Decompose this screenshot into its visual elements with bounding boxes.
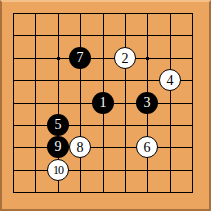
grid-line-vertical (125, 13, 126, 193)
grid-line-horizontal (13, 125, 193, 126)
star-point (57, 57, 60, 60)
grid-line-vertical (192, 13, 193, 193)
stone-white-10[interactable]: 10 (47, 159, 69, 181)
stone-black-9[interactable]: 9 (47, 136, 69, 158)
grid-line-horizontal (13, 170, 193, 171)
stone-white-2[interactable]: 2 (114, 47, 136, 69)
stone-black-5[interactable]: 5 (47, 114, 69, 136)
go-board[interactable]: 12345678910 (2, 2, 209, 209)
stone-white-6[interactable]: 6 (136, 136, 158, 158)
stone-white-8[interactable]: 8 (69, 136, 91, 158)
grid-line-horizontal (13, 192, 193, 193)
star-point (146, 57, 149, 60)
grid-line-vertical (170, 13, 171, 193)
stone-black-3[interactable]: 3 (136, 92, 158, 114)
grid-line-horizontal (13, 147, 193, 148)
stone-white-4[interactable]: 4 (159, 69, 181, 91)
go-board-diagram: 12345678910 (0, 0, 211, 211)
stone-black-1[interactable]: 1 (92, 92, 114, 114)
stone-black-7[interactable]: 7 (69, 47, 91, 69)
